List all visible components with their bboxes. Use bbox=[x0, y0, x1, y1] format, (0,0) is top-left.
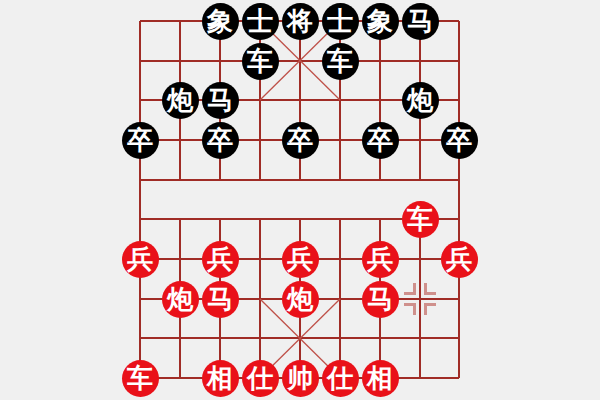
piece-black-chariot[interactable]: 车 bbox=[242, 43, 279, 80]
piece-red-advisor[interactable]: 仕 bbox=[242, 360, 279, 397]
piece-red-cannon[interactable]: 炮 bbox=[282, 281, 319, 318]
piece-black-elephant[interactable]: 象 bbox=[362, 3, 399, 40]
piece-red-advisor[interactable]: 仕 bbox=[322, 360, 359, 397]
piece-black-horse[interactable]: 马 bbox=[402, 3, 439, 40]
piece-red-horse[interactable]: 马 bbox=[202, 281, 239, 318]
xiangqi-board: 象士将士象马车车炮马炮卒卒卒卒卒车兵兵兵兵兵炮马炮马车相仕帅仕相 bbox=[0, 0, 600, 400]
piece-black-soldier[interactable]: 卒 bbox=[202, 122, 239, 159]
piece-red-cannon[interactable]: 炮 bbox=[162, 281, 199, 318]
piece-red-elephant[interactable]: 相 bbox=[202, 360, 239, 397]
piece-red-general[interactable]: 帅 bbox=[282, 360, 319, 397]
piece-red-soldier[interactable]: 兵 bbox=[122, 241, 159, 278]
piece-red-chariot[interactable]: 车 bbox=[122, 360, 159, 397]
piece-black-soldier[interactable]: 卒 bbox=[282, 122, 319, 159]
piece-red-soldier[interactable]: 兵 bbox=[362, 241, 399, 278]
piece-red-chariot[interactable]: 车 bbox=[402, 201, 439, 238]
piece-black-horse[interactable]: 马 bbox=[202, 82, 239, 119]
piece-red-soldier[interactable]: 兵 bbox=[282, 241, 319, 278]
piece-black-soldier[interactable]: 卒 bbox=[362, 122, 399, 159]
piece-black-advisor[interactable]: 士 bbox=[242, 3, 279, 40]
board-grid bbox=[0, 0, 600, 400]
piece-black-soldier[interactable]: 卒 bbox=[122, 122, 159, 159]
piece-black-cannon[interactable]: 炮 bbox=[402, 82, 439, 119]
piece-black-soldier[interactable]: 卒 bbox=[441, 122, 478, 159]
piece-black-general[interactable]: 将 bbox=[282, 3, 319, 40]
piece-red-elephant[interactable]: 相 bbox=[362, 360, 399, 397]
piece-black-chariot[interactable]: 车 bbox=[322, 43, 359, 80]
piece-red-soldier[interactable]: 兵 bbox=[441, 241, 478, 278]
piece-black-advisor[interactable]: 士 bbox=[322, 3, 359, 40]
piece-black-elephant[interactable]: 象 bbox=[202, 3, 239, 40]
piece-red-soldier[interactable]: 兵 bbox=[202, 241, 239, 278]
piece-red-horse[interactable]: 马 bbox=[362, 281, 399, 318]
piece-black-cannon[interactable]: 炮 bbox=[162, 82, 199, 119]
